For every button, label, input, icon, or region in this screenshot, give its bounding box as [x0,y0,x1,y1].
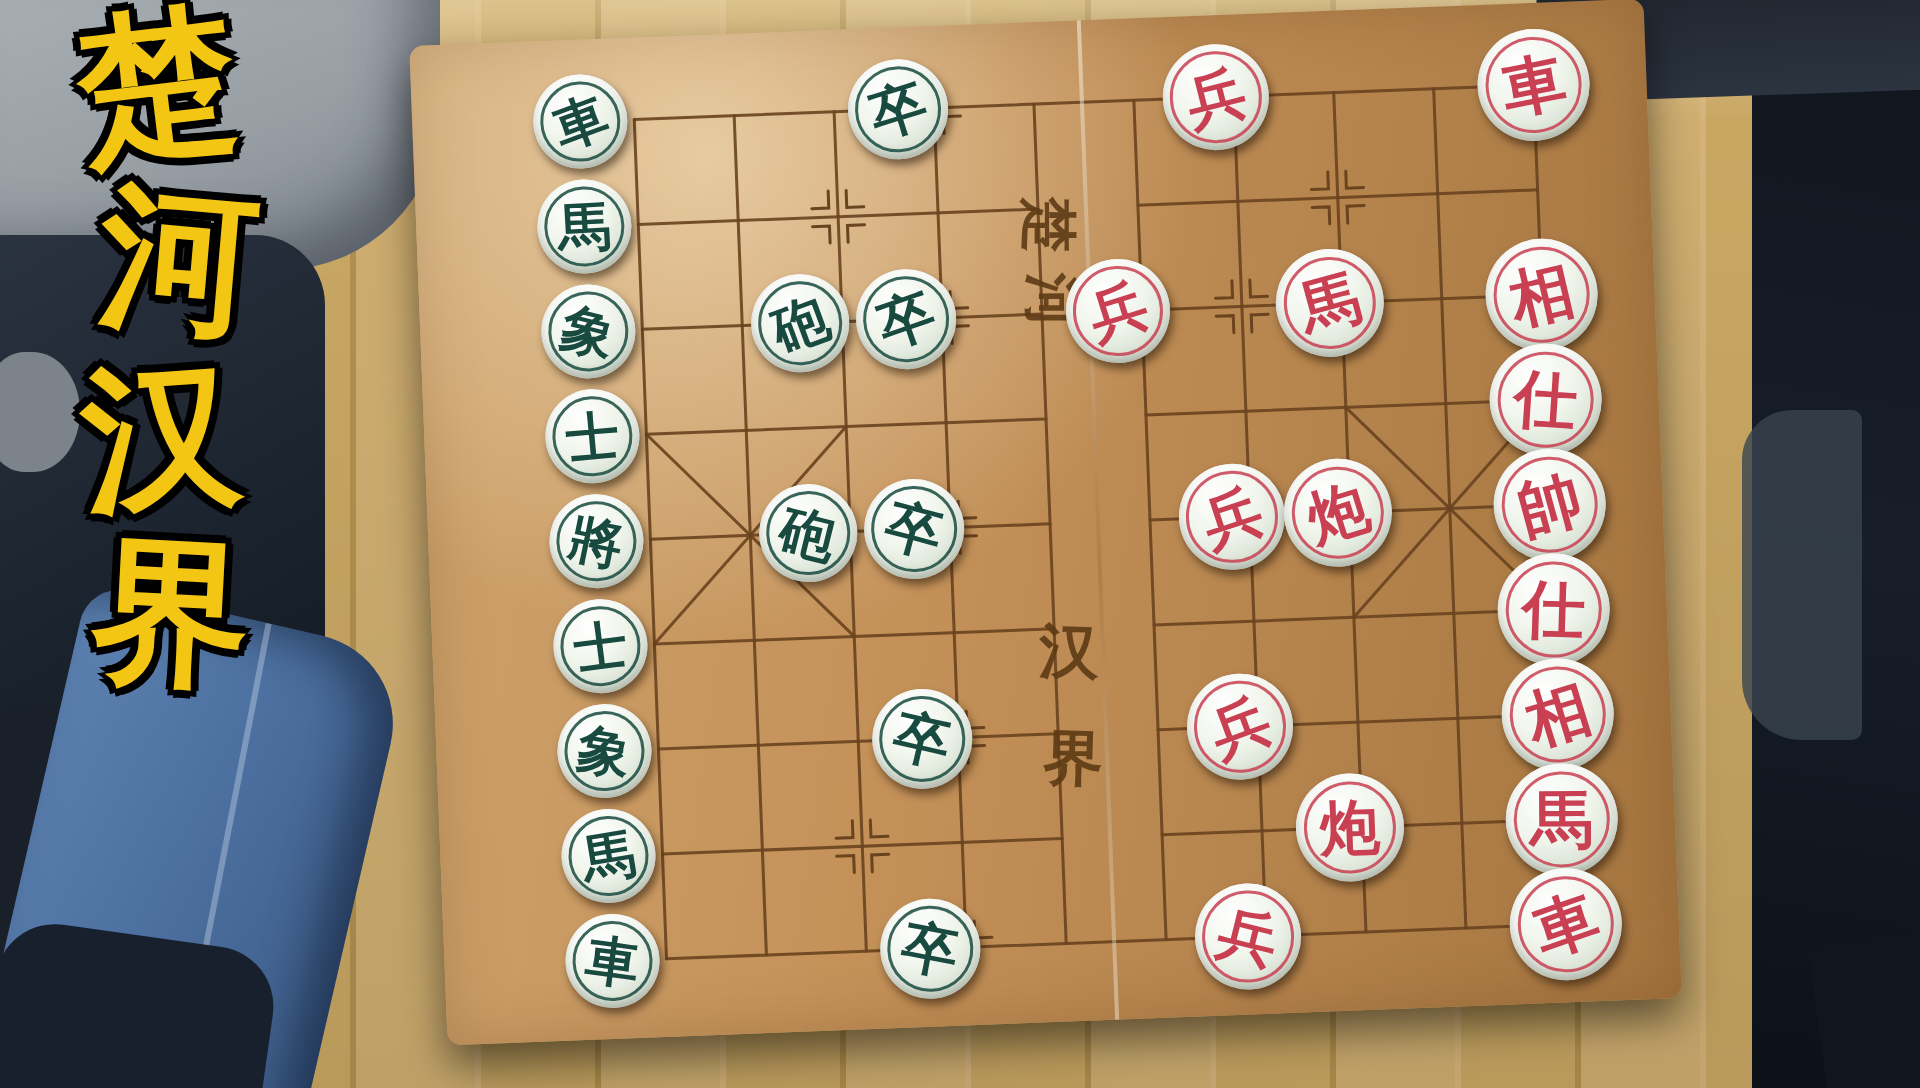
advisor-character: 士 [541,385,643,487]
player-right-clothing [1752,0,1920,1088]
general-character: 將 [541,486,652,597]
piece-black-elephant-r0f6[interactable]: 象 [556,702,654,800]
piece-red-cannon-r7f4[interactable]: 炮 [1282,457,1394,569]
chariot-character: 車 [560,908,666,1014]
title-char: 界 [87,521,286,708]
piece-black-chariot-r0f8[interactable]: 車 [564,912,662,1010]
piece-red-cannon-r7f7[interactable]: 炮 [1294,772,1406,884]
piece-black-chariot-r0f0[interactable]: 車 [532,73,630,171]
title-char: 楚 [68,0,278,182]
xiangqi-board[interactable]: 楚河 汉界 車馬象士將士象馬車砲砲卒卒卒卒卒兵兵兵兵兵馬炮炮車相仕帥仕相馬車 [409,0,1681,1045]
piece-red-soldier-r5f2[interactable]: 兵 [1064,257,1172,365]
piece-black-soldier-r3f2[interactable]: 卒 [854,267,958,371]
piece-black-general-r0f4[interactable]: 將 [548,492,646,590]
piece-red-chariot-r9f0[interactable]: 車 [1475,27,1591,143]
advisor-character: 士 [548,594,653,699]
video-title-overlay: 楚 河 汉 界 [78,0,268,702]
piece-red-horse-r7f2[interactable]: 馬 [1274,247,1386,359]
soldier-character: 卒 [872,890,989,1007]
piece-red-soldier-r6f6[interactable]: 兵 [1185,672,1295,782]
title-char: 汉 [76,341,278,531]
piece-red-chariot-r9f8[interactable]: 車 [1508,866,1624,982]
piece-red-general-r9f4[interactable]: 帥 [1492,447,1608,563]
piece-black-cannon-r2f2[interactable]: 砲 [749,272,851,374]
piece-black-elephant-r0f2[interactable]: 象 [540,283,638,381]
piece-black-soldier-r3f8[interactable]: 卒 [878,897,982,1001]
piece-black-advisor-r0f5[interactable]: 士 [552,597,650,695]
river-label-han-jie: 汉界 [1037,585,1111,801]
piece-red-soldier-r6f8[interactable]: 兵 [1193,882,1303,992]
scene: 楚河 汉界 車馬象士將士象馬車砲砲卒卒卒卒卒兵兵兵兵兵馬炮炮車相仕帥仕相馬車 楚… [0,0,1920,1088]
elephant-character: 象 [550,697,659,806]
piece-red-elephant-r9f6[interactable]: 相 [1500,656,1616,772]
piece-black-soldier-r3f4[interactable]: 卒 [862,477,966,581]
bystander-bottom-right [1807,930,1920,1088]
piece-black-horse-r0f7[interactable]: 馬 [560,807,658,905]
piece-black-horse-r0f1[interactable]: 馬 [536,178,634,276]
piece-red-elephant-r9f2[interactable]: 相 [1484,237,1600,353]
piece-black-advisor-r0f3[interactable]: 士 [544,388,642,486]
piece-black-soldier-r3f0[interactable]: 卒 [846,57,950,161]
piece-red-soldier-r6f0[interactable]: 兵 [1161,42,1271,152]
piece-black-cannon-r2f4[interactable]: 砲 [757,482,859,584]
horse-character: 馬 [535,177,634,276]
horse-character: 馬 [555,802,663,910]
cannon-character: 炮 [1294,772,1406,884]
title-char: 河 [93,165,298,358]
chariot-character: 車 [1468,19,1600,151]
piece-black-soldier-r3f6[interactable]: 卒 [870,687,974,791]
